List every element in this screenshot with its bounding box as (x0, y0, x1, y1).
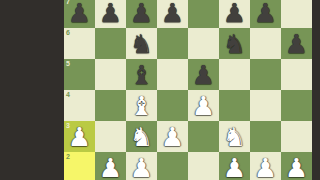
white-pawn-h2[interactable]: ♟ (281, 152, 312, 180)
black-pawn-c7[interactable]: ♟ (126, 0, 157, 28)
square-a4[interactable]: 4 (64, 90, 95, 121)
square-b3[interactable] (95, 121, 126, 152)
black-pawn-g7[interactable]: ♟ (250, 0, 281, 28)
square-g7[interactable]: ♟ (250, 0, 281, 28)
square-b5[interactable] (95, 59, 126, 90)
black-pawn-d7[interactable]: ♟ (157, 0, 188, 28)
square-d5[interactable] (157, 59, 188, 90)
white-pawn-a3[interactable]: ♟ (64, 121, 95, 152)
square-c6[interactable]: ♞ (126, 28, 157, 59)
white-pawn-b2[interactable]: ♟ (95, 152, 126, 180)
square-g5[interactable] (250, 59, 281, 90)
rank-label-6: 6 (66, 29, 70, 36)
square-h2[interactable]: ♟ (281, 152, 312, 180)
black-pawn-e5[interactable]: ♟ (188, 59, 219, 90)
square-c3[interactable]: ♞ (126, 121, 157, 152)
square-h4[interactable] (281, 90, 312, 121)
square-f2[interactable]: ♟ (219, 152, 250, 180)
black-bishop-c5[interactable]: ♝ (126, 59, 157, 90)
black-pawn-b7[interactable]: ♟ (95, 0, 126, 28)
black-knight-f6[interactable]: ♞ (219, 28, 250, 59)
white-pawn-d3[interactable]: ♟ (157, 121, 188, 152)
square-f3[interactable]: ♞ (219, 121, 250, 152)
square-c4[interactable]: ♝ (126, 90, 157, 121)
square-b7[interactable]: ♟ (95, 0, 126, 28)
square-g3[interactable] (250, 121, 281, 152)
white-pawn-f2[interactable]: ♟ (219, 152, 250, 180)
square-f7[interactable]: ♟ (219, 0, 250, 28)
white-knight-f3[interactable]: ♞ (219, 121, 250, 152)
square-e7[interactable] (188, 0, 219, 28)
square-c7[interactable]: ♟ (126, 0, 157, 28)
square-b6[interactable] (95, 28, 126, 59)
white-pawn-g2[interactable]: ♟ (250, 152, 281, 180)
square-d6[interactable] (157, 28, 188, 59)
black-pawn-f7[interactable]: ♟ (219, 0, 250, 28)
square-a2[interactable]: 2 (64, 152, 95, 180)
square-c2[interactable]: ♟ (126, 152, 157, 180)
square-h6[interactable]: ♟ (281, 28, 312, 59)
square-a3[interactable]: 3♟ (64, 121, 95, 152)
square-e5[interactable]: ♟ (188, 59, 219, 90)
white-knight-c3[interactable]: ♞ (126, 121, 157, 152)
square-f6[interactable]: ♞ (219, 28, 250, 59)
square-e2[interactable] (188, 152, 219, 180)
square-g6[interactable] (250, 28, 281, 59)
square-a7[interactable]: 7♟ (64, 0, 95, 28)
white-pawn-e4[interactable]: ♟ (188, 90, 219, 121)
square-h3[interactable] (281, 121, 312, 152)
app-window: 7♟♟♟♟♟♟6♞♞♟5♝♟4♝♟3♟♞♟♞2♟♟♟♟♟ (0, 0, 320, 180)
square-f5[interactable] (219, 59, 250, 90)
square-a6[interactable]: 6 (64, 28, 95, 59)
rank-label-2: 2 (66, 153, 70, 160)
square-d2[interactable] (157, 152, 188, 180)
square-a5[interactable]: 5 (64, 59, 95, 90)
white-bishop-c4[interactable]: ♝ (126, 90, 157, 121)
square-f4[interactable] (219, 90, 250, 121)
black-pawn-h6[interactable]: ♟ (281, 28, 312, 59)
white-pawn-c2[interactable]: ♟ (126, 152, 157, 180)
square-g4[interactable] (250, 90, 281, 121)
square-b4[interactable] (95, 90, 126, 121)
square-d3[interactable]: ♟ (157, 121, 188, 152)
square-h5[interactable] (281, 59, 312, 90)
chess-board: 7♟♟♟♟♟♟6♞♞♟5♝♟4♝♟3♟♞♟♞2♟♟♟♟♟ (64, 0, 312, 180)
square-e6[interactable] (188, 28, 219, 59)
square-e3[interactable] (188, 121, 219, 152)
square-h7[interactable] (281, 0, 312, 28)
square-d7[interactable]: ♟ (157, 0, 188, 28)
rank-label-4: 4 (66, 91, 70, 98)
square-d4[interactable] (157, 90, 188, 121)
rank-label-5: 5 (66, 60, 70, 67)
black-knight-c6[interactable]: ♞ (126, 28, 157, 59)
black-pawn-a7[interactable]: ♟ (64, 0, 95, 28)
square-b2[interactable]: ♟ (95, 152, 126, 180)
square-e4[interactable]: ♟ (188, 90, 219, 121)
square-g2[interactable]: ♟ (250, 152, 281, 180)
square-c5[interactable]: ♝ (126, 59, 157, 90)
